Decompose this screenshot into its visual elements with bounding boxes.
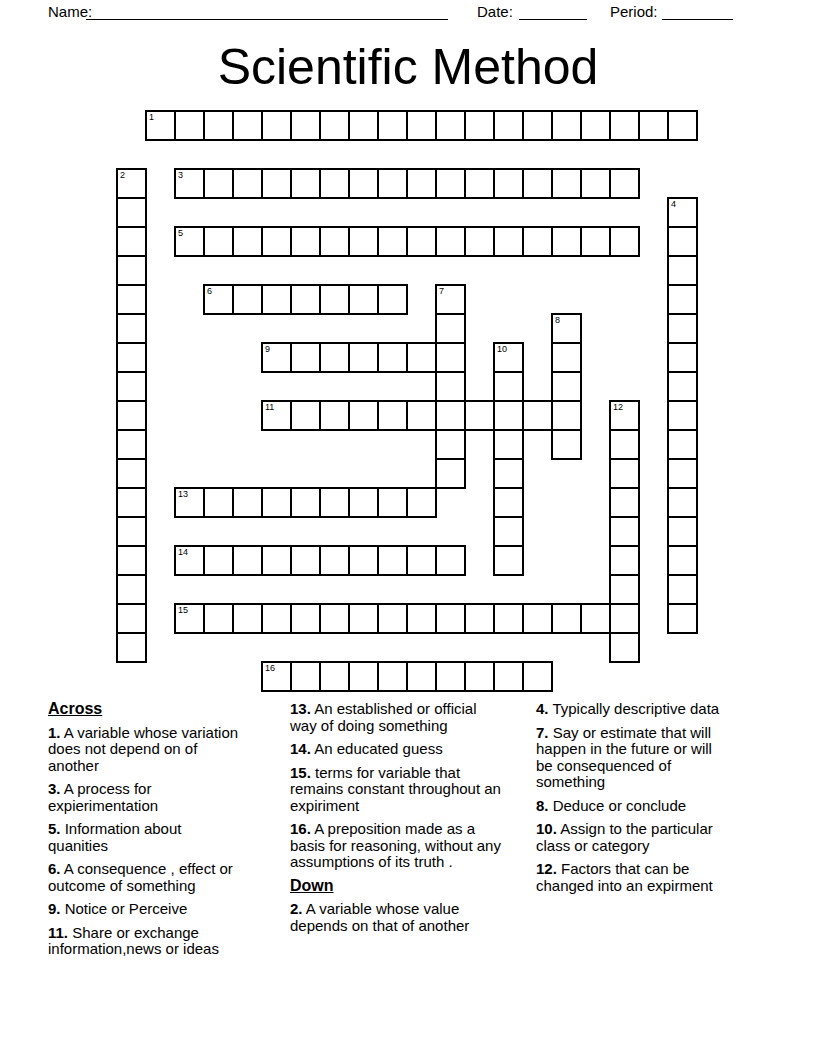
- grid-cell[interactable]: [319, 342, 350, 373]
- grid-cell[interactable]: [290, 603, 321, 634]
- grid-cell[interactable]: 16: [261, 661, 292, 692]
- grid-cell[interactable]: [667, 458, 698, 489]
- grid-cell[interactable]: [290, 226, 321, 257]
- clue-number: 9.: [48, 900, 61, 917]
- grid-cell[interactable]: [290, 168, 321, 199]
- grid-cell[interactable]: [493, 371, 524, 402]
- grid-cell[interactable]: [667, 487, 698, 518]
- clue-number: 1.: [48, 724, 61, 741]
- clue-number: 5.: [48, 820, 61, 837]
- grid-cell[interactable]: [319, 545, 350, 576]
- clue: 8. Deduce or conclude: [536, 798, 722, 815]
- grid-cell[interactable]: [522, 661, 553, 692]
- grid-cell[interactable]: [551, 429, 582, 460]
- grid-cell[interactable]: 8: [551, 313, 582, 344]
- grid-cell[interactable]: [435, 110, 466, 141]
- grid-cell[interactable]: [116, 400, 147, 431]
- cell-number: 8: [555, 315, 560, 325]
- cell-number: 15: [178, 605, 188, 615]
- grid-cell[interactable]: [406, 168, 437, 199]
- crossword-grid: 12345678910111213141516: [117, 111, 699, 693]
- grid-cell[interactable]: [609, 516, 640, 547]
- grid-cell[interactable]: [667, 371, 698, 402]
- grid-cell[interactable]: [319, 603, 350, 634]
- grid-cell[interactable]: [203, 603, 234, 634]
- grid-cell[interactable]: [435, 168, 466, 199]
- grid-cell[interactable]: [609, 632, 640, 663]
- cell-number: 5: [178, 228, 183, 238]
- clue: 10. Assign to the particular class or ca…: [536, 821, 722, 854]
- grid-cell[interactable]: [493, 545, 524, 576]
- clue: 1. A variable whose variation does not d…: [48, 725, 244, 775]
- grid-cell[interactable]: [116, 197, 147, 228]
- grid-cell[interactable]: [522, 603, 553, 634]
- cell-number: 10: [497, 344, 507, 354]
- grid-cell[interactable]: [609, 168, 640, 199]
- grid-cell[interactable]: [435, 342, 466, 373]
- grid-cell[interactable]: [116, 516, 147, 547]
- grid-cell[interactable]: [261, 226, 292, 257]
- grid-cell[interactable]: [203, 110, 234, 141]
- grid-cell[interactable]: [348, 487, 379, 518]
- grid-cell[interactable]: [377, 545, 408, 576]
- grid-cell[interactable]: 12: [609, 400, 640, 431]
- grid-cell[interactable]: [290, 545, 321, 576]
- grid-cell[interactable]: [667, 110, 698, 141]
- grid-cell[interactable]: [290, 342, 321, 373]
- grid-cell[interactable]: [406, 603, 437, 634]
- grid-cell[interactable]: [377, 110, 408, 141]
- grid-cell[interactable]: [261, 487, 292, 518]
- period-label: Period:: [610, 3, 658, 21]
- grid-cell[interactable]: [348, 342, 379, 373]
- grid-cell[interactable]: [377, 168, 408, 199]
- grid-cell[interactable]: [493, 429, 524, 460]
- grid-cell[interactable]: [116, 255, 147, 286]
- grid-cell[interactable]: 11: [261, 400, 292, 431]
- grid-cell[interactable]: [493, 226, 524, 257]
- grid-cell[interactable]: [406, 545, 437, 576]
- clue-column-2: 13. An established or official way of do…: [290, 701, 505, 941]
- grid-cell[interactable]: 1: [145, 110, 176, 141]
- grid-cell[interactable]: [116, 574, 147, 605]
- grid-cell[interactable]: [609, 458, 640, 489]
- grid-cell[interactable]: [290, 487, 321, 518]
- clue-number: 2.: [290, 900, 303, 917]
- grid-cell[interactable]: [551, 226, 582, 257]
- grid-cell[interactable]: [232, 110, 263, 141]
- grid-cell[interactable]: [377, 487, 408, 518]
- clue-number: 13.: [290, 700, 311, 717]
- grid-cell[interactable]: [203, 168, 234, 199]
- grid-cell[interactable]: [493, 487, 524, 518]
- clue-number: 3.: [48, 780, 61, 797]
- cell-number: 13: [178, 489, 188, 499]
- grid-cell[interactable]: [522, 168, 553, 199]
- grid-cell[interactable]: [290, 661, 321, 692]
- grid-cell[interactable]: [667, 284, 698, 315]
- grid-cell[interactable]: [551, 371, 582, 402]
- grid-cell[interactable]: [609, 429, 640, 460]
- grid-cell[interactable]: [551, 168, 582, 199]
- grid-cell[interactable]: [319, 284, 350, 315]
- grid-cell[interactable]: [319, 168, 350, 199]
- grid-cell[interactable]: [493, 516, 524, 547]
- grid-cell[interactable]: 2: [116, 168, 147, 199]
- grid-cell[interactable]: [406, 661, 437, 692]
- clue: 13. An established or official way of do…: [290, 701, 505, 734]
- clue: 11. Share or exchange information,news o…: [48, 925, 244, 958]
- clue-number: 4.: [536, 700, 549, 717]
- grid-cell[interactable]: [435, 226, 466, 257]
- grid-cell[interactable]: [493, 110, 524, 141]
- grid-cell[interactable]: [319, 226, 350, 257]
- grid-cell[interactable]: [406, 110, 437, 141]
- grid-cell[interactable]: [232, 545, 263, 576]
- grid-cell[interactable]: [551, 603, 582, 634]
- clue: 2. A variable whose value depends on tha…: [290, 901, 505, 934]
- grid-cell[interactable]: [667, 429, 698, 460]
- grid-cell[interactable]: [580, 110, 611, 141]
- grid-cell[interactable]: [261, 603, 292, 634]
- grid-cell[interactable]: [261, 545, 292, 576]
- clue-number: 6.: [48, 860, 61, 877]
- grid-cell[interactable]: [580, 168, 611, 199]
- clue: 15. terms for variable that remains cons…: [290, 765, 505, 815]
- grid-cell[interactable]: [435, 458, 466, 489]
- grid-cell[interactable]: [377, 603, 408, 634]
- grid-cell[interactable]: [377, 661, 408, 692]
- cell-number: 12: [613, 402, 623, 412]
- grid-cell[interactable]: [464, 661, 495, 692]
- cell-number: 14: [178, 547, 188, 557]
- grid-cell[interactable]: [667, 603, 698, 634]
- grid-cell[interactable]: [609, 487, 640, 518]
- grid-cell[interactable]: 7: [435, 284, 466, 315]
- grid-cell[interactable]: [116, 371, 147, 402]
- grid-cell[interactable]: [116, 458, 147, 489]
- cell-number: 3: [178, 170, 183, 180]
- grid-cell[interactable]: [348, 400, 379, 431]
- grid-cell[interactable]: [493, 661, 524, 692]
- grid-cell[interactable]: [493, 603, 524, 634]
- grid-cell[interactable]: [522, 110, 553, 141]
- grid-cell[interactable]: [667, 545, 698, 576]
- grid-cell[interactable]: [435, 545, 466, 576]
- down-header: Down: [290, 878, 505, 895]
- grid-cell[interactable]: [377, 400, 408, 431]
- grid-cell[interactable]: [667, 255, 698, 286]
- grid-cell[interactable]: [232, 603, 263, 634]
- clue-number: 8.: [536, 797, 549, 814]
- grid-cell[interactable]: [290, 110, 321, 141]
- grid-cell[interactable]: [435, 371, 466, 402]
- grid-cell[interactable]: 3: [174, 168, 205, 199]
- grid-cell[interactable]: [667, 574, 698, 605]
- clue-number: 15.: [290, 764, 311, 781]
- grid-cell[interactable]: [493, 168, 524, 199]
- grid-cell[interactable]: [667, 226, 698, 257]
- date-label: Date:: [477, 3, 513, 21]
- clue-number: 10.: [536, 820, 557, 837]
- grid-cell[interactable]: [551, 110, 582, 141]
- grid-cell[interactable]: [174, 110, 205, 141]
- grid-cell[interactable]: [435, 400, 466, 431]
- grid-cell[interactable]: [464, 603, 495, 634]
- grid-cell[interactable]: [435, 661, 466, 692]
- grid-cell[interactable]: [406, 226, 437, 257]
- date-blank-line: [519, 3, 587, 20]
- grid-cell[interactable]: [203, 545, 234, 576]
- grid-cell[interactable]: [232, 487, 263, 518]
- grid-cell[interactable]: [377, 284, 408, 315]
- grid-cell[interactable]: [261, 284, 292, 315]
- grid-cell[interactable]: [377, 342, 408, 373]
- grid-cell[interactable]: 10: [493, 342, 524, 373]
- grid-cell[interactable]: [377, 226, 408, 257]
- grid-cell[interactable]: [667, 400, 698, 431]
- grid-cell[interactable]: 5: [174, 226, 205, 257]
- grid-cell[interactable]: [638, 110, 669, 141]
- cell-number: 2: [120, 170, 125, 180]
- cell-number: 1: [149, 112, 154, 122]
- grid-cell[interactable]: [319, 487, 350, 518]
- grid-cell[interactable]: 15: [174, 603, 205, 634]
- grid-cell[interactable]: [551, 342, 582, 373]
- grid-cell[interactable]: [464, 226, 495, 257]
- grid-cell[interactable]: [435, 429, 466, 460]
- grid-cell[interactable]: [406, 487, 437, 518]
- grid-cell[interactable]: [116, 284, 147, 315]
- grid-cell[interactable]: [493, 458, 524, 489]
- grid-cell[interactable]: [551, 400, 582, 431]
- grid-cell[interactable]: [290, 400, 321, 431]
- clue-number: 16.: [290, 820, 311, 837]
- grid-cell[interactable]: [609, 574, 640, 605]
- clue-column-1: Across1. A variable whose variation does…: [48, 701, 244, 965]
- cell-number: 9: [265, 344, 270, 354]
- grid-cell[interactable]: [348, 110, 379, 141]
- grid-cell[interactable]: 9: [261, 342, 292, 373]
- grid-cell[interactable]: [116, 487, 147, 518]
- clue: 16. A preposition made as a basis for re…: [290, 821, 505, 871]
- grid-cell[interactable]: [261, 168, 292, 199]
- cell-number: 4: [671, 199, 676, 209]
- grid-cell[interactable]: [232, 284, 263, 315]
- grid-cell[interactable]: [435, 313, 466, 344]
- grid-cell[interactable]: [348, 284, 379, 315]
- grid-cell[interactable]: 4: [667, 197, 698, 228]
- clue-column-3: 4. Typically descriptive data7. Say or e…: [536, 701, 722, 901]
- grid-cell[interactable]: [203, 487, 234, 518]
- grid-cell[interactable]: 14: [174, 545, 205, 576]
- grid-cell[interactable]: [406, 342, 437, 373]
- clue: 6. A consequence , effect or outcome of …: [48, 861, 244, 894]
- grid-cell[interactable]: [290, 284, 321, 315]
- grid-cell[interactable]: [319, 110, 350, 141]
- grid-cell[interactable]: [522, 400, 553, 431]
- worksheet-title: Scientific Method: [0, 38, 816, 96]
- grid-cell[interactable]: [116, 226, 147, 257]
- clue-number: 12.: [536, 860, 557, 877]
- grid-cell[interactable]: [116, 313, 147, 344]
- grid-cell[interactable]: [464, 168, 495, 199]
- grid-cell[interactable]: [435, 603, 466, 634]
- grid-cell[interactable]: [609, 226, 640, 257]
- clue: 14. An educated guess: [290, 741, 505, 758]
- grid-cell[interactable]: [116, 429, 147, 460]
- grid-cell[interactable]: [348, 545, 379, 576]
- period-blank-line: [662, 3, 733, 20]
- grid-cell[interactable]: [464, 110, 495, 141]
- grid-cell[interactable]: [116, 342, 147, 373]
- grid-cell[interactable]: [667, 342, 698, 373]
- clue: 4. Typically descriptive data: [536, 701, 722, 718]
- clue: 3. A process for expierimentation: [48, 781, 244, 814]
- cell-number: 11: [265, 402, 274, 412]
- grid-cell[interactable]: [348, 603, 379, 634]
- grid-cell[interactable]: [493, 400, 524, 431]
- grid-cell[interactable]: [261, 110, 292, 141]
- grid-cell[interactable]: [580, 226, 611, 257]
- name-blank-line: [86, 3, 448, 20]
- grid-cell[interactable]: [232, 226, 263, 257]
- grid-cell[interactable]: [580, 603, 611, 634]
- clue: 12. Factors that can be changed into an …: [536, 861, 722, 894]
- grid-cell[interactable]: [232, 168, 263, 199]
- grid-cell[interactable]: [609, 110, 640, 141]
- grid-cell[interactable]: [348, 168, 379, 199]
- cell-number: 6: [207, 286, 212, 296]
- grid-cell[interactable]: [116, 603, 147, 634]
- clue-number: 11.: [48, 924, 68, 941]
- grid-cell[interactable]: [319, 400, 350, 431]
- clue-number: 14.: [290, 740, 311, 757]
- grid-cell[interactable]: [116, 545, 147, 576]
- clue: 5. Information about quanities: [48, 821, 244, 854]
- grid-cell[interactable]: [667, 516, 698, 547]
- cell-number: 16: [265, 663, 275, 673]
- grid-cell[interactable]: [522, 226, 553, 257]
- grid-cell[interactable]: 6: [203, 284, 234, 315]
- grid-cell[interactable]: [116, 632, 147, 663]
- clue: 9. Notice or Perceive: [48, 901, 244, 918]
- grid-cell[interactable]: [319, 661, 350, 692]
- grid-cell[interactable]: [348, 661, 379, 692]
- grid-cell[interactable]: [406, 400, 437, 431]
- grid-cell[interactable]: [464, 400, 495, 431]
- across-header: Across: [48, 701, 244, 718]
- grid-cell[interactable]: [609, 545, 640, 576]
- grid-cell[interactable]: [609, 603, 640, 634]
- cell-number: 7: [439, 286, 444, 296]
- grid-cell[interactable]: [203, 226, 234, 257]
- grid-cell[interactable]: [667, 313, 698, 344]
- clue-number: 7.: [536, 724, 549, 741]
- grid-cell[interactable]: 13: [174, 487, 205, 518]
- clue: 7. Say or estimate that will happen in t…: [536, 725, 722, 791]
- grid-cell[interactable]: [348, 226, 379, 257]
